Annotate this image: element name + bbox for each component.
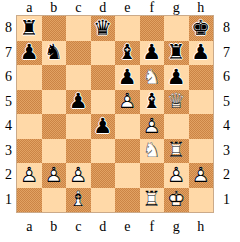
piece-glyph: ♟ <box>189 41 214 66</box>
chess-diagram: abcdefgh 87654321 ♜♛♚♟♞♝♟♜♟♟♞♘♟♟♟♙♝♛♕♟♟♙… <box>0 0 240 242</box>
piece-white-king: ♚♔ <box>164 188 189 213</box>
piece-white-pawn: ♟♙ <box>42 163 67 188</box>
square-h8[interactable]: ♚ <box>189 16 214 41</box>
square-h3[interactable] <box>189 139 214 164</box>
rank-label: 2 <box>0 163 17 188</box>
square-h6[interactable] <box>189 65 214 90</box>
piece-glyph-outline: ♗ <box>66 188 91 213</box>
piece-white-pawn: ♟♙ <box>66 163 91 188</box>
square-g3[interactable]: ♜♖ <box>164 139 189 164</box>
piece-glyph: ♜ <box>164 41 189 66</box>
square-g5[interactable]: ♛♕ <box>164 90 189 115</box>
piece-white-pawn: ♟♙ <box>140 114 165 139</box>
square-f2[interactable] <box>140 163 165 188</box>
square-h4[interactable] <box>189 114 214 139</box>
rank-label: 1 <box>213 188 240 213</box>
piece-glyph: ♜ <box>17 16 42 41</box>
square-d3[interactable] <box>91 139 116 164</box>
piece-black-pawn: ♟ <box>91 114 116 139</box>
square-g1[interactable]: ♚♔ <box>164 188 189 213</box>
square-c8[interactable] <box>66 16 91 41</box>
file-label: h <box>189 0 214 16</box>
piece-glyph-outline: ♙ <box>164 163 189 188</box>
square-b8[interactable] <box>42 16 67 41</box>
piece-glyph: ♝ <box>115 41 140 66</box>
rank-label: 2 <box>213 163 240 188</box>
rank-label: 3 <box>0 139 17 164</box>
square-g6[interactable]: ♟ <box>164 65 189 90</box>
file-label: a <box>17 212 42 242</box>
rank-label: 7 <box>0 41 17 66</box>
square-e8[interactable] <box>115 16 140 41</box>
square-f3[interactable]: ♞♘ <box>140 139 165 164</box>
file-label: c <box>66 0 91 16</box>
piece-black-bishop: ♝ <box>115 41 140 66</box>
piece-black-bishop: ♝ <box>140 90 165 115</box>
square-f6[interactable]: ♞♘ <box>140 65 165 90</box>
square-d2[interactable] <box>91 163 116 188</box>
square-e7[interactable]: ♝ <box>115 41 140 66</box>
piece-glyph: ♟ <box>66 90 91 115</box>
square-e1[interactable] <box>115 188 140 213</box>
square-e5[interactable]: ♟♙ <box>115 90 140 115</box>
square-e2[interactable] <box>115 163 140 188</box>
file-label: b <box>42 0 67 16</box>
square-h1[interactable] <box>189 188 214 213</box>
piece-white-rook: ♜♖ <box>164 139 189 164</box>
piece-white-queen: ♛♕ <box>164 90 189 115</box>
square-f1[interactable]: ♜♖ <box>140 188 165 213</box>
piece-white-pawn: ♟♙ <box>115 90 140 115</box>
piece-black-pawn: ♟ <box>66 90 91 115</box>
piece-white-pawn: ♟♙ <box>164 163 189 188</box>
square-f8[interactable] <box>140 16 165 41</box>
square-g8[interactable] <box>164 16 189 41</box>
piece-white-bishop: ♝♗ <box>66 188 91 213</box>
piece-black-rook: ♜ <box>164 41 189 66</box>
file-labels-top: abcdefgh <box>17 0 213 16</box>
rank-label: 7 <box>213 41 240 66</box>
square-a5[interactable] <box>17 90 42 115</box>
piece-black-king: ♚ <box>189 16 214 41</box>
piece-black-pawn: ♟ <box>17 41 42 66</box>
rank-label: 5 <box>213 90 240 115</box>
file-label: d <box>91 212 116 242</box>
rank-label: 8 <box>213 16 240 41</box>
file-label: h <box>189 212 214 242</box>
piece-glyph-outline: ♙ <box>17 163 42 188</box>
square-a4[interactable] <box>17 114 42 139</box>
rank-label: 1 <box>0 188 17 213</box>
piece-glyph-outline: ♙ <box>42 163 67 188</box>
rank-label: 3 <box>213 139 240 164</box>
piece-glyph: ♚ <box>189 16 214 41</box>
square-b5[interactable] <box>42 90 67 115</box>
piece-white-pawn: ♟♙ <box>189 163 214 188</box>
rank-label: 6 <box>213 65 240 90</box>
file-label: g <box>164 212 189 242</box>
piece-glyph: ♟ <box>115 65 140 90</box>
square-h2[interactable]: ♟♙ <box>189 163 214 188</box>
piece-black-pawn: ♟ <box>115 65 140 90</box>
square-h5[interactable] <box>189 90 214 115</box>
square-f5[interactable]: ♝ <box>140 90 165 115</box>
square-b7[interactable]: ♞ <box>42 41 67 66</box>
rank-label: 4 <box>213 114 240 139</box>
square-d6[interactable] <box>91 65 116 90</box>
square-c3[interactable] <box>66 139 91 164</box>
piece-black-rook: ♜ <box>17 16 42 41</box>
rank-labels-right: 87654321 <box>213 16 240 212</box>
file-label: d <box>91 0 116 16</box>
square-h7[interactable]: ♟ <box>189 41 214 66</box>
piece-glyph-outline: ♖ <box>140 188 165 213</box>
piece-black-pawn: ♟ <box>189 41 214 66</box>
square-g7[interactable]: ♜ <box>164 41 189 66</box>
square-c6[interactable] <box>66 65 91 90</box>
square-f4[interactable]: ♟♙ <box>140 114 165 139</box>
square-d1[interactable] <box>91 188 116 213</box>
square-b2[interactable]: ♟♙ <box>42 163 67 188</box>
file-label: a <box>17 0 42 16</box>
square-a7[interactable]: ♟ <box>17 41 42 66</box>
square-c7[interactable] <box>66 41 91 66</box>
square-b3[interactable] <box>42 139 67 164</box>
file-label: e <box>115 0 140 16</box>
chess-board: ♜♛♚♟♞♝♟♜♟♟♞♘♟♟♟♙♝♛♕♟♟♙♞♘♜♖♟♙♟♙♟♙♟♙♟♙♝♗♜♖… <box>17 16 213 212</box>
square-d4[interactable]: ♟ <box>91 114 116 139</box>
rank-labels-left: 87654321 <box>0 16 17 212</box>
rank-label: 5 <box>0 90 17 115</box>
file-label: b <box>42 212 67 242</box>
square-d7[interactable] <box>91 41 116 66</box>
file-label: e <box>115 212 140 242</box>
square-b6[interactable] <box>42 65 67 90</box>
square-c1[interactable]: ♝♗ <box>66 188 91 213</box>
rank-label: 8 <box>0 16 17 41</box>
file-label: g <box>164 0 189 16</box>
piece-glyph-outline: ♕ <box>164 90 189 115</box>
square-e4[interactable] <box>115 114 140 139</box>
piece-white-rook: ♜♖ <box>140 188 165 213</box>
piece-glyph-outline: ♙ <box>66 163 91 188</box>
piece-glyph: ♛ <box>91 16 116 41</box>
square-g2[interactable]: ♟♙ <box>164 163 189 188</box>
file-label: c <box>66 212 91 242</box>
piece-glyph-outline: ♘ <box>140 139 165 164</box>
piece-black-queen: ♛ <box>91 16 116 41</box>
piece-glyph: ♟ <box>17 41 42 66</box>
square-d8[interactable]: ♛ <box>91 16 116 41</box>
file-label: f <box>140 212 165 242</box>
square-c4[interactable] <box>66 114 91 139</box>
piece-glyph: ♝ <box>140 90 165 115</box>
square-d5[interactable] <box>91 90 116 115</box>
square-e6[interactable]: ♟ <box>115 65 140 90</box>
rank-label: 6 <box>0 65 17 90</box>
piece-white-knight: ♞♘ <box>140 65 165 90</box>
square-g4[interactable] <box>164 114 189 139</box>
piece-glyph-outline: ♖ <box>164 139 189 164</box>
piece-glyph-outline: ♙ <box>189 163 214 188</box>
square-c5[interactable]: ♟ <box>66 90 91 115</box>
square-c2[interactable]: ♟♙ <box>66 163 91 188</box>
square-e3[interactable] <box>115 139 140 164</box>
piece-glyph-outline: ♙ <box>140 114 165 139</box>
piece-black-pawn: ♟ <box>140 41 165 66</box>
piece-glyph-outline: ♘ <box>140 65 165 90</box>
piece-glyph: ♟ <box>164 65 189 90</box>
square-a3[interactable] <box>17 139 42 164</box>
square-a2[interactable]: ♟♙ <box>17 163 42 188</box>
piece-glyph: ♞ <box>42 41 67 66</box>
piece-black-knight: ♞ <box>42 41 67 66</box>
file-label: f <box>140 0 165 16</box>
piece-glyph-outline: ♙ <box>115 90 140 115</box>
square-a6[interactable] <box>17 65 42 90</box>
piece-white-pawn: ♟♙ <box>17 163 42 188</box>
square-a1[interactable] <box>17 188 42 213</box>
piece-glyph: ♟ <box>91 114 116 139</box>
square-f7[interactable]: ♟ <box>140 41 165 66</box>
square-b1[interactable] <box>42 188 67 213</box>
piece-glyph: ♟ <box>140 41 165 66</box>
piece-glyph-outline: ♔ <box>164 188 189 213</box>
rank-label: 4 <box>0 114 17 139</box>
square-a8[interactable]: ♜ <box>17 16 42 41</box>
square-b4[interactable] <box>42 114 67 139</box>
piece-white-knight: ♞♘ <box>140 139 165 164</box>
piece-black-pawn: ♟ <box>164 65 189 90</box>
file-labels-bottom: abcdefgh <box>17 212 213 242</box>
